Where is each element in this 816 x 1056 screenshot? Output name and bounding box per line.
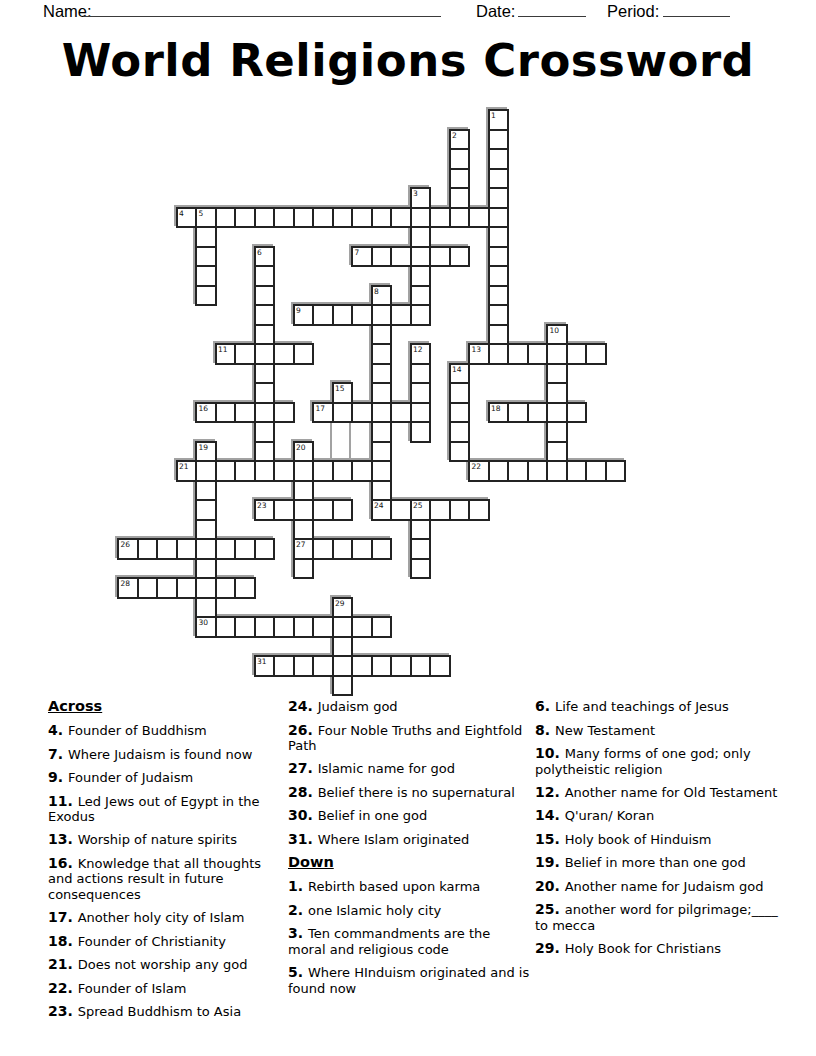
grid-cell[interactable] xyxy=(585,460,607,482)
grid-cell[interactable] xyxy=(293,519,315,541)
grid-cell[interactable]: 26 xyxy=(117,538,139,560)
cell-number: 14 xyxy=(451,365,469,374)
grid-cell[interactable]: 2 xyxy=(449,129,471,151)
clue-text: Founder of Judaism xyxy=(68,770,193,785)
grid-cell[interactable] xyxy=(507,343,529,365)
clue-column-1: Across 4. Founder of Buddhism7. Where Ju… xyxy=(48,698,286,1027)
grid-cell[interactable]: 14 xyxy=(449,363,471,385)
cell-number: 22 xyxy=(470,462,488,471)
clue-number: 7. xyxy=(48,746,68,762)
grid-cell[interactable] xyxy=(371,421,393,443)
clue-number: 24. xyxy=(288,698,318,714)
grid-cell[interactable]: 24 xyxy=(371,499,393,521)
cell-number: 3 xyxy=(412,189,430,198)
grid-cell[interactable] xyxy=(429,499,451,521)
grid-cell[interactable]: 17 xyxy=(312,402,334,424)
cell-number: 30 xyxy=(197,618,215,627)
grid-cell[interactable] xyxy=(312,616,334,638)
grid-cell[interactable] xyxy=(488,168,510,190)
grid-cell[interactable] xyxy=(390,499,412,521)
grid-cell[interactable] xyxy=(293,343,315,365)
clue-number: 14. xyxy=(535,807,565,823)
clue-item: 25. another word for pilgrimage;____ to … xyxy=(535,901,783,933)
grid-cell[interactable] xyxy=(332,304,354,326)
clue-item: 26. Four Noble Truths and Eightfold Path xyxy=(288,722,530,754)
date-line[interactable] xyxy=(518,1,586,17)
grid-cell[interactable]: 21 xyxy=(176,460,198,482)
clue-number: 29. xyxy=(535,940,565,956)
grid-cell[interactable]: 27 xyxy=(293,538,315,560)
grid-cell[interactable] xyxy=(195,597,217,619)
clue-column-3: 6. Life and teachings of Jesus8. New Tes… xyxy=(535,698,783,964)
clue-text: Q'uran/ Koran xyxy=(565,808,655,823)
cell-number: 16 xyxy=(197,404,215,413)
grid-cell[interactable] xyxy=(468,499,490,521)
grid-cell[interactable] xyxy=(195,519,217,541)
grid-cell[interactable] xyxy=(410,363,432,385)
down-heading: Down xyxy=(288,854,530,870)
grid-cell[interactable] xyxy=(254,324,276,346)
cell-number: 4 xyxy=(178,209,196,218)
grid-cell[interactable] xyxy=(234,207,256,229)
clue-text: Where Islam originated xyxy=(318,832,470,847)
grid-cell[interactable] xyxy=(371,382,393,404)
grid-cell[interactable] xyxy=(215,616,237,638)
grid-cell[interactable] xyxy=(215,207,237,229)
grid-cell[interactable] xyxy=(546,460,568,482)
clue-text: Knowledge that all thoughts and actions … xyxy=(48,856,261,902)
grid-cell[interactable] xyxy=(527,343,549,365)
grid-cell[interactable] xyxy=(449,421,471,443)
clue-text: Led Jews out of Egypt in the Exodus xyxy=(48,794,260,825)
clue-text: Another holy city of Islam xyxy=(78,910,245,925)
cell-number: 2 xyxy=(451,131,469,140)
grid-cell[interactable] xyxy=(468,207,490,229)
grid-cell[interactable] xyxy=(137,577,159,599)
grid-cell[interactable] xyxy=(215,460,237,482)
grid-cell[interactable] xyxy=(546,421,568,443)
grid-cell[interactable] xyxy=(332,538,354,560)
grid-cell[interactable] xyxy=(234,460,256,482)
grid-cell[interactable] xyxy=(566,402,588,424)
clue-number: 11. xyxy=(48,793,78,809)
grid-cell[interactable] xyxy=(293,655,315,677)
clue-item: 28. Belief there is no supernatural xyxy=(288,784,530,801)
cell-number: 29 xyxy=(334,599,352,608)
grid-cell[interactable] xyxy=(195,499,217,521)
clue-number: 8. xyxy=(535,722,555,738)
grid-cell[interactable] xyxy=(215,538,237,560)
grid-cell[interactable] xyxy=(332,207,354,229)
grid-cell[interactable] xyxy=(410,421,432,443)
grid-cell[interactable] xyxy=(254,343,276,365)
clue-number: 30. xyxy=(288,807,318,823)
date-label: Date: xyxy=(476,2,515,21)
grid-cell[interactable] xyxy=(546,343,568,365)
grid-cell[interactable] xyxy=(332,655,354,677)
grid-cell[interactable] xyxy=(273,499,295,521)
grid-cell[interactable] xyxy=(371,324,393,346)
clue-number: 6. xyxy=(535,698,555,714)
grid-cell[interactable]: 4 xyxy=(176,207,198,229)
grid-cell[interactable] xyxy=(254,460,276,482)
cell-number: 5 xyxy=(197,209,215,218)
grid-cell[interactable] xyxy=(195,558,217,580)
cell-number: 20 xyxy=(295,443,313,452)
grid-cell[interactable] xyxy=(254,285,276,307)
grid-cell[interactable] xyxy=(390,246,412,268)
grid-cell[interactable]: 9 xyxy=(293,304,315,326)
grid-cell[interactable] xyxy=(410,246,432,268)
grid-cell[interactable] xyxy=(449,499,471,521)
cell-number: 7 xyxy=(353,248,371,257)
grid-cell[interactable] xyxy=(293,207,315,229)
clue-item: 1. Rebirth based upon karma xyxy=(288,878,530,895)
clue-text: Four Noble Truths and Eightfold Path xyxy=(288,723,522,754)
grid-cell[interactable] xyxy=(488,324,510,346)
grid-cell[interactable] xyxy=(293,499,315,521)
across-clues-col1: 4. Founder of Buddhism7. Where Judaism i… xyxy=(48,722,286,1020)
grid-cell[interactable] xyxy=(312,538,334,560)
cell-number: 10 xyxy=(548,326,566,335)
grid-cell[interactable] xyxy=(195,285,217,307)
grid-cell[interactable] xyxy=(254,402,276,424)
grid-cell[interactable] xyxy=(390,655,412,677)
grid-cell[interactable] xyxy=(449,382,471,404)
grid-cell[interactable]: 15 xyxy=(332,382,354,404)
grid-cell[interactable] xyxy=(429,655,451,677)
name-line[interactable] xyxy=(84,1,441,17)
grid-cell[interactable] xyxy=(234,616,256,638)
grid-cell[interactable]: 18 xyxy=(488,402,510,424)
clue-item: 13. Worship of nature spirits xyxy=(48,831,286,848)
clue-column-2: 24. Judaism god26. Four Noble Truths and… xyxy=(288,698,530,1003)
grid-cell[interactable] xyxy=(293,558,315,580)
grid-cell[interactable] xyxy=(488,207,510,229)
clue-text: Rebirth based upon karma xyxy=(308,879,480,894)
grid-cell[interactable] xyxy=(546,363,568,385)
clue-number: 22. xyxy=(48,980,78,996)
grid-cell[interactable] xyxy=(195,246,217,268)
grid-cell[interactable] xyxy=(546,382,568,404)
grid-cell[interactable]: 12 xyxy=(410,343,432,365)
grid-cell[interactable] xyxy=(410,558,432,580)
grid-cell[interactable] xyxy=(390,304,412,326)
grid-cell[interactable] xyxy=(332,402,354,424)
grid-cell[interactable] xyxy=(351,460,373,482)
clue-item: 2. one Islamic holy city xyxy=(288,902,530,919)
grid-cell[interactable] xyxy=(234,343,256,365)
grid-cell[interactable] xyxy=(546,441,568,463)
clue-text: Islamic name for god xyxy=(318,761,455,776)
grid-cell[interactable] xyxy=(527,402,549,424)
grid-cell[interactable] xyxy=(332,636,354,658)
grid-cell[interactable] xyxy=(605,460,627,482)
cell-number: 6 xyxy=(256,248,274,257)
grid-cell[interactable]: 28 xyxy=(117,577,139,599)
grid-cell[interactable]: 6 xyxy=(254,246,276,268)
clue-number: 13. xyxy=(48,831,78,847)
clue-item: 7. Where Judaism is found now xyxy=(48,746,286,763)
grid-cell[interactable] xyxy=(254,538,276,560)
grid-cell[interactable] xyxy=(332,675,354,697)
grid-cell[interactable] xyxy=(234,538,256,560)
grid-cell[interactable] xyxy=(371,480,393,502)
grid-cell[interactable] xyxy=(410,207,432,229)
grid-cell[interactable] xyxy=(254,441,276,463)
cell-number: 31 xyxy=(256,657,274,666)
clue-number: 20. xyxy=(535,878,565,894)
cell-number: 23 xyxy=(256,501,274,510)
grid-cell[interactable] xyxy=(332,499,354,521)
grid-cell[interactable] xyxy=(449,441,471,463)
grid-cell[interactable] xyxy=(312,655,334,677)
grid-cell[interactable] xyxy=(215,402,237,424)
grid-cell[interactable] xyxy=(449,187,471,209)
clue-number: 17. xyxy=(48,909,78,925)
grid-cell[interactable] xyxy=(351,402,373,424)
clue-text: Does not worship any god xyxy=(78,957,248,972)
grid-cell[interactable] xyxy=(254,382,276,404)
clue-item: 20. Another name for Judaism god xyxy=(535,878,783,895)
grid-cell[interactable] xyxy=(351,538,373,560)
clue-item: 9. Founder of Judaism xyxy=(48,769,286,786)
grid-cell[interactable] xyxy=(273,616,295,638)
grid-cell[interactable] xyxy=(585,343,607,365)
grid-cell[interactable] xyxy=(234,402,256,424)
grid-cell[interactable] xyxy=(488,304,510,326)
grid-cell[interactable] xyxy=(449,148,471,170)
grid-cell[interactable] xyxy=(488,265,510,287)
grid-cell[interactable]: 31 xyxy=(254,655,276,677)
clue-text: Life and teachings of Jesus xyxy=(555,699,729,714)
cell-number: 28 xyxy=(119,579,137,588)
cell-number: 13 xyxy=(470,345,488,354)
grid-cell[interactable] xyxy=(293,480,315,502)
clue-text: Ten commandments are the moral and relig… xyxy=(288,926,490,957)
clue-text: Founder of Christianity xyxy=(78,934,226,949)
grid-cell[interactable] xyxy=(507,460,529,482)
grid-cell[interactable] xyxy=(195,226,217,248)
grid-cell[interactable] xyxy=(566,343,588,365)
cell-number: 11 xyxy=(217,345,235,354)
grid-cell[interactable] xyxy=(410,519,432,541)
grid-cell[interactable] xyxy=(176,577,198,599)
grid-cell[interactable] xyxy=(507,402,529,424)
clue-text: Many forms of one god; only polytheistic… xyxy=(535,746,751,777)
clue-item: 5. Where HInduism originated and is foun… xyxy=(288,964,530,996)
grid-cell[interactable] xyxy=(351,304,373,326)
grid-cell[interactable] xyxy=(371,616,393,638)
period-line[interactable] xyxy=(663,1,730,17)
grid-cell[interactable]: 13 xyxy=(468,343,490,365)
grid-cell[interactable] xyxy=(371,207,393,229)
grid-cell[interactable] xyxy=(488,285,510,307)
clue-item: 11. Led Jews out of Egypt in the Exodus xyxy=(48,793,286,825)
grid-cell[interactable] xyxy=(371,343,393,365)
grid-cell[interactable] xyxy=(254,616,276,638)
clue-item: 16. Knowledge that all thoughts and acti… xyxy=(48,855,286,902)
grid-cell[interactable]: 7 xyxy=(351,246,373,268)
clue-number: 26. xyxy=(288,722,318,738)
grid-cell[interactable] xyxy=(195,538,217,560)
clue-number: 25. xyxy=(535,901,565,917)
grid-cell[interactable] xyxy=(488,246,510,268)
grid-cell[interactable] xyxy=(527,460,549,482)
grid-cell[interactable] xyxy=(273,655,295,677)
clue-text: another word for pilgrimage;____ to mecc… xyxy=(535,902,778,933)
grid-cell[interactable] xyxy=(273,402,295,424)
clue-number: 2. xyxy=(288,902,308,918)
grid-cell[interactable] xyxy=(390,207,412,229)
grid-cell[interactable] xyxy=(195,460,217,482)
grid-cell[interactable] xyxy=(410,304,432,326)
grid-cell[interactable] xyxy=(351,616,373,638)
clue-number: 31. xyxy=(288,831,318,847)
clue-item: 4. Founder of Buddhism xyxy=(48,722,286,739)
grid-cell[interactable] xyxy=(488,343,510,365)
grid-cell[interactable] xyxy=(488,187,510,209)
clue-item: 27. Islamic name for god xyxy=(288,760,530,777)
grid-cell[interactable] xyxy=(156,538,178,560)
grid-cell[interactable] xyxy=(371,538,393,560)
grid-cell[interactable] xyxy=(410,285,432,307)
grid-cell[interactable]: 1 xyxy=(488,109,510,131)
clue-item: 14. Q'uran/ Koran xyxy=(535,807,783,824)
grid-cell[interactable] xyxy=(488,148,510,170)
grid-cell[interactable]: 19 xyxy=(195,441,217,463)
clue-text: Founder of Buddhism xyxy=(68,723,207,738)
grid-cell[interactable] xyxy=(312,207,334,229)
grid-cell[interactable] xyxy=(176,538,198,560)
grid-cell[interactable]: 8 xyxy=(371,285,393,307)
cell-number: 27 xyxy=(295,540,313,549)
grid-cell[interactable]: 11 xyxy=(215,343,237,365)
clue-item: 17. Another holy city of Islam xyxy=(48,909,286,926)
grid-cell[interactable] xyxy=(410,655,432,677)
clue-item: 12. Another name for Old Testament xyxy=(535,784,783,801)
grid-cell[interactable] xyxy=(254,207,276,229)
grid-cell[interactable] xyxy=(410,382,432,404)
grid-cell[interactable] xyxy=(332,460,354,482)
grid-cell[interactable] xyxy=(429,207,451,229)
grid-cell[interactable] xyxy=(254,363,276,385)
grid-cell[interactable]: 29 xyxy=(332,597,354,619)
grid-cell[interactable] xyxy=(312,460,334,482)
grid-cell[interactable] xyxy=(195,480,217,502)
clue-text: Belief in one god xyxy=(318,808,428,823)
clue-text: one Islamic holy city xyxy=(308,903,441,918)
grid-cell[interactable] xyxy=(254,265,276,287)
grid-cell[interactable] xyxy=(371,655,393,677)
crossword-grid: 1234567891011121314151617181920212223242… xyxy=(118,110,625,695)
grid-cell[interactable] xyxy=(371,402,393,424)
clue-text: Holy Book for Christians xyxy=(565,941,721,956)
grid-cell[interactable] xyxy=(488,129,510,151)
grid-cell[interactable]: 10 xyxy=(546,324,568,346)
page-title: World Religions Crossword xyxy=(0,34,816,87)
cell-number: 18 xyxy=(490,404,508,413)
grid-cell[interactable] xyxy=(156,577,178,599)
grid-cell[interactable] xyxy=(273,207,295,229)
grid-cell[interactable] xyxy=(449,207,471,229)
grid-cell[interactable]: 5 xyxy=(195,207,217,229)
clue-item: 29. Holy Book for Christians xyxy=(535,940,783,957)
grid-cell[interactable] xyxy=(390,402,412,424)
clue-item: 3. Ten commandments are the moral and re… xyxy=(288,925,530,957)
grid-cell[interactable] xyxy=(312,499,334,521)
grid-cell[interactable]: 3 xyxy=(410,187,432,209)
grid-cell[interactable] xyxy=(234,577,256,599)
grid-cell[interactable] xyxy=(566,460,588,482)
grid-cell[interactable] xyxy=(351,655,373,677)
grid-cell[interactable] xyxy=(429,246,451,268)
grid-cell[interactable] xyxy=(371,304,393,326)
grid-cell[interactable] xyxy=(254,304,276,326)
grid-cell[interactable] xyxy=(371,441,393,463)
grid-cell[interactable]: 22 xyxy=(468,460,490,482)
grid-cell[interactable] xyxy=(273,343,295,365)
grid-cell[interactable] xyxy=(410,265,432,287)
grid-cell[interactable] xyxy=(449,246,471,268)
grid-cell[interactable] xyxy=(410,402,432,424)
grid-cell[interactable] xyxy=(195,265,217,287)
grid-cell[interactable] xyxy=(449,168,471,190)
clue-text: Spread Buddhism to Asia xyxy=(78,1004,241,1019)
grid-cell[interactable] xyxy=(410,226,432,248)
grid-cell[interactable] xyxy=(195,577,217,599)
grid-cell[interactable] xyxy=(293,460,315,482)
grid-cell[interactable]: 25 xyxy=(410,499,432,521)
clue-item: 24. Judaism god xyxy=(288,698,530,715)
clue-text: New Testament xyxy=(555,723,655,738)
grid-cell[interactable] xyxy=(371,246,393,268)
grid-cell[interactable] xyxy=(351,207,373,229)
grid-cell[interactable] xyxy=(488,460,510,482)
cell-number: 9 xyxy=(295,306,313,315)
clue-number: 21. xyxy=(48,956,78,972)
grid-cell[interactable] xyxy=(488,226,510,248)
grid-cell[interactable] xyxy=(273,460,295,482)
clue-text: Another name for Old Testament xyxy=(565,785,778,800)
clue-item: 23. Spread Buddhism to Asia xyxy=(48,1003,286,1020)
cell-number: 25 xyxy=(412,501,430,510)
cell-number: 8 xyxy=(373,287,391,296)
clue-number: 19. xyxy=(535,854,565,870)
grid-cell[interactable] xyxy=(312,304,334,326)
clue-item: 18. Founder of Christianity xyxy=(48,933,286,950)
clue-item: 8. New Testament xyxy=(535,722,783,739)
grid-cell[interactable]: 23 xyxy=(254,499,276,521)
grid-cell[interactable] xyxy=(410,538,432,560)
grid-cell[interactable]: 20 xyxy=(293,441,315,463)
grid-cell[interactable] xyxy=(215,577,237,599)
grid-cell[interactable] xyxy=(137,538,159,560)
clue-number: 3. xyxy=(288,925,308,941)
clue-item: 19. Belief in more than one god xyxy=(535,854,783,871)
worksheet-page: { "game": "crossword", "title": "World R… xyxy=(0,0,816,1056)
grid-cell[interactable] xyxy=(332,616,354,638)
cell-number: 1 xyxy=(490,111,508,120)
grid-cell[interactable]: 16 xyxy=(195,402,217,424)
grid-cell[interactable] xyxy=(546,402,568,424)
grid-cell[interactable] xyxy=(449,402,471,424)
grid-cell[interactable]: 30 xyxy=(195,616,217,638)
grid-cell[interactable] xyxy=(371,460,393,482)
grid-cell[interactable] xyxy=(293,616,315,638)
grid-cell[interactable] xyxy=(254,421,276,443)
grid-cell[interactable] xyxy=(371,363,393,385)
